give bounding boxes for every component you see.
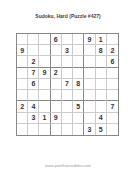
- sudoku-cell-r2c9: 2: [107, 45, 118, 56]
- sudoku-cell-r1c5: [62, 34, 73, 45]
- sudoku-cell-r9c3: [39, 124, 50, 135]
- sudoku-cell-r9c1: [17, 124, 28, 135]
- sudoku-grid: 6919382267926782457319435: [16, 33, 119, 136]
- sudoku-cell-r4c8: [96, 68, 107, 79]
- sudoku-cell-r6c9: [107, 90, 118, 101]
- sudoku-cell-r2c1: 9: [17, 45, 28, 56]
- sudoku-cell-r9c6: [73, 124, 84, 135]
- sudoku-cell-r8c3: 1: [39, 113, 50, 124]
- sudoku-cell-r3c4: [51, 56, 62, 67]
- sudoku-cell-r7c9: 7: [107, 101, 118, 112]
- sudoku-cell-r6c5: [62, 90, 73, 101]
- puzzle-title: Sudoku, Hard (Puzzle #427): [0, 13, 136, 19]
- sudoku-cell-r1c1: [17, 34, 28, 45]
- sudoku-cell-r5c5: 7: [62, 79, 73, 90]
- sudoku-cell-r7c7: [84, 101, 95, 112]
- sudoku-cell-r4c4: 2: [51, 68, 62, 79]
- sudoku-cell-r2c5: 3: [62, 45, 73, 56]
- sudoku-cell-r3c9: 6: [107, 56, 118, 67]
- sudoku-cell-r8c1: [17, 113, 28, 124]
- sudoku-cell-r2c7: [84, 45, 95, 56]
- sudoku-cell-r2c6: [73, 45, 84, 56]
- sudoku-cell-r3c3: [39, 56, 50, 67]
- sudoku-cell-r3c6: [73, 56, 84, 67]
- sudoku-cell-r5c6: 8: [73, 79, 84, 90]
- sudoku-cell-r1c2: [28, 34, 39, 45]
- sudoku-cell-r6c3: [39, 90, 50, 101]
- sudoku-cell-r7c5: [62, 101, 73, 112]
- sudoku-cell-r7c6: 5: [73, 101, 84, 112]
- sudoku-cell-r5c2: 6: [28, 79, 39, 90]
- sudoku-cell-r6c4: [51, 90, 62, 101]
- sudoku-cell-r9c8: 5: [96, 124, 107, 135]
- sudoku-cell-r8c5: [62, 113, 73, 124]
- sudoku-cell-r9c9: [107, 124, 118, 135]
- sudoku-cell-r8c8: 4: [96, 113, 107, 124]
- sudoku-cell-r5c9: [107, 79, 118, 90]
- sudoku-cell-r2c3: [39, 45, 50, 56]
- sudoku-cell-r5c1: [17, 79, 28, 90]
- sudoku-cell-r1c7: 9: [84, 34, 95, 45]
- sudoku-cell-r6c6: [73, 90, 84, 101]
- sudoku-cell-r1c8: 1: [96, 34, 107, 45]
- sudoku-cell-r3c2: 2: [28, 56, 39, 67]
- sudoku-cell-r7c2: 4: [28, 101, 39, 112]
- sudoku-cell-r8c2: 3: [28, 113, 39, 124]
- sudoku-cell-r7c8: [96, 101, 107, 112]
- sudoku-cell-r4c1: [17, 68, 28, 79]
- sudoku-cell-r4c3: 9: [39, 68, 50, 79]
- sudoku-cell-r9c4: [51, 124, 62, 135]
- sudoku-cell-r8c6: [73, 113, 84, 124]
- sudoku-cell-r8c9: [107, 113, 118, 124]
- sudoku-cell-r7c1: 2: [17, 101, 28, 112]
- sudoku-cell-r8c4: 9: [51, 113, 62, 124]
- sudoku-cell-r3c8: [96, 56, 107, 67]
- sudoku-sheet: Sudoku, Hard (Puzzle #427) 6919382267926…: [0, 0, 136, 176]
- sudoku-cell-r4c7: [84, 68, 95, 79]
- sudoku-cell-r3c1: [17, 56, 28, 67]
- footer-url: www.printfreesudoku.com: [0, 163, 136, 168]
- sudoku-cell-r8c7: [84, 113, 95, 124]
- sudoku-cell-r4c5: [62, 68, 73, 79]
- sudoku-cell-r4c6: [73, 68, 84, 79]
- sudoku-cell-r5c8: [96, 79, 107, 90]
- sudoku-cell-r2c2: [28, 45, 39, 56]
- sudoku-cell-r9c5: [62, 124, 73, 135]
- sudoku-cell-r5c7: [84, 79, 95, 90]
- sudoku-cell-r1c3: [39, 34, 50, 45]
- sudoku-cell-r6c2: [28, 90, 39, 101]
- sudoku-cell-r7c4: [51, 101, 62, 112]
- sudoku-cell-r4c9: [107, 68, 118, 79]
- sudoku-cell-r6c8: [96, 90, 107, 101]
- sudoku-cell-r2c8: 8: [96, 45, 107, 56]
- sudoku-cell-r4c2: 7: [28, 68, 39, 79]
- sudoku-cell-r7c3: [39, 101, 50, 112]
- sudoku-cell-r1c4: 6: [51, 34, 62, 45]
- sudoku-cell-r1c6: [73, 34, 84, 45]
- sudoku-cell-r6c1: [17, 90, 28, 101]
- sudoku-cell-r9c2: [28, 124, 39, 135]
- sudoku-cell-r9c7: 3: [84, 124, 95, 135]
- sudoku-cell-r1c9: [107, 34, 118, 45]
- sudoku-cell-r3c5: [62, 56, 73, 67]
- sudoku-cell-r5c4: [51, 79, 62, 90]
- sudoku-cell-r5c3: [39, 79, 50, 90]
- sudoku-cell-r2c4: [51, 45, 62, 56]
- sudoku-cell-r3c7: [84, 56, 95, 67]
- sudoku-cell-r6c7: [84, 90, 95, 101]
